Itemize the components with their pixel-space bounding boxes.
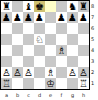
square-f3[interactable] — [56, 56, 67, 67]
square-a5[interactable] — [1, 34, 12, 45]
square-g5[interactable] — [67, 34, 78, 45]
square-c5[interactable] — [23, 34, 34, 45]
white-king[interactable]: ♔ — [46, 78, 55, 89]
square-h7[interactable]: ♟ — [78, 12, 89, 23]
white-pawn[interactable]: ♙ — [68, 67, 77, 78]
file-label-e: e — [45, 91, 56, 99]
square-d4[interactable] — [34, 45, 45, 56]
black-bishop[interactable]: ♝ — [24, 1, 33, 12]
black-pawn[interactable]: ♟ — [79, 12, 88, 23]
square-g1[interactable] — [67, 78, 78, 89]
square-e3[interactable] — [45, 56, 56, 67]
file-label-c: c — [23, 91, 34, 99]
square-d5[interactable]: ♘ — [34, 34, 45, 45]
square-h2[interactable]: ♙ — [78, 67, 89, 78]
square-c6[interactable] — [23, 23, 34, 34]
square-f5[interactable] — [56, 34, 67, 45]
chess-diagram: ♜♝♚♞♜♟♟♟♟♟♟♟♘♗♙♙♙♗♙♙♖♔♖ 87654321 abcdefg… — [0, 0, 98, 100]
rank-label-5: 5 — [91, 34, 97, 45]
square-f1[interactable] — [56, 78, 67, 89]
black-pawn[interactable]: ♟ — [24, 12, 33, 23]
file-label-h: h — [78, 91, 89, 99]
square-g7[interactable]: ♟ — [67, 12, 78, 23]
square-f6[interactable] — [56, 23, 67, 34]
black-knight[interactable]: ♞ — [68, 1, 77, 12]
rank-label-7: 7 — [91, 12, 97, 23]
white-rook[interactable]: ♖ — [2, 78, 11, 89]
square-h8[interactable]: ♜ — [78, 1, 89, 12]
square-e5[interactable] — [45, 34, 56, 45]
square-f7[interactable]: ♟ — [56, 12, 67, 23]
square-e6[interactable] — [45, 23, 56, 34]
square-b7[interactable]: ♟ — [12, 12, 23, 23]
square-c3[interactable] — [23, 56, 34, 67]
black-pawn[interactable]: ♟ — [35, 12, 44, 23]
black-pawn[interactable]: ♟ — [2, 12, 11, 23]
square-f4[interactable]: ♗ — [56, 45, 67, 56]
square-b3[interactable] — [12, 56, 23, 67]
square-g8[interactable]: ♞ — [67, 1, 78, 12]
rank-label-6: 6 — [91, 23, 97, 34]
square-e4[interactable] — [45, 45, 56, 56]
square-b5[interactable] — [12, 34, 23, 45]
square-a8[interactable]: ♜ — [1, 1, 12, 12]
square-g6[interactable] — [67, 23, 78, 34]
white-bishop[interactable]: ♗ — [57, 45, 66, 56]
white-pawn[interactable]: ♙ — [79, 67, 88, 78]
square-c7[interactable]: ♟ — [23, 12, 34, 23]
square-c1[interactable] — [23, 78, 34, 89]
square-d8[interactable]: ♚ — [34, 1, 45, 12]
rank-label-1: 1 — [91, 78, 97, 89]
square-a4[interactable] — [1, 45, 12, 56]
square-a3[interactable] — [1, 56, 12, 67]
square-b6[interactable] — [12, 23, 23, 34]
file-label-d: d — [34, 91, 45, 99]
white-knight[interactable]: ♘ — [35, 34, 44, 45]
square-e1[interactable]: ♔ — [45, 78, 56, 89]
rank-label-8: 8 — [91, 1, 97, 12]
square-d7[interactable]: ♟ — [34, 12, 45, 23]
file-label-b: b — [12, 91, 23, 99]
black-king[interactable]: ♚ — [35, 1, 44, 12]
square-c4[interactable] — [23, 45, 34, 56]
square-e8[interactable] — [45, 1, 56, 12]
white-pawn[interactable]: ♙ — [13, 67, 22, 78]
file-label-f: f — [56, 91, 67, 99]
square-a1[interactable]: ♖ — [1, 78, 12, 89]
black-rook[interactable]: ♜ — [79, 1, 88, 12]
square-f2[interactable] — [56, 67, 67, 78]
square-h4[interactable] — [78, 45, 89, 56]
square-d3[interactable] — [34, 56, 45, 67]
square-a7[interactable]: ♟ — [1, 12, 12, 23]
file-label-g: g — [67, 91, 78, 99]
rank-label-3: 3 — [91, 56, 97, 67]
rank-label-2: 2 — [91, 67, 97, 78]
square-h6[interactable] — [78, 23, 89, 34]
square-a2[interactable]: ♙ — [1, 67, 12, 78]
square-e2[interactable]: ♗ — [45, 67, 56, 78]
square-e7[interactable] — [45, 12, 56, 23]
square-c8[interactable]: ♝ — [23, 1, 34, 12]
white-bishop[interactable]: ♗ — [46, 67, 55, 78]
square-b2[interactable]: ♙ — [12, 67, 23, 78]
chess-board: ♜♝♚♞♜♟♟♟♟♟♟♟♘♗♙♙♙♗♙♙♖♔♖ — [0, 0, 90, 90]
square-b4[interactable] — [12, 45, 23, 56]
white-pawn[interactable]: ♙ — [2, 67, 11, 78]
file-labels: abcdefgh — [1, 91, 89, 99]
square-h5[interactable] — [78, 34, 89, 45]
square-d1[interactable] — [34, 78, 45, 89]
white-rook[interactable]: ♖ — [79, 78, 88, 89]
black-pawn[interactable]: ♟ — [13, 12, 22, 23]
square-g4[interactable] — [67, 45, 78, 56]
square-b8[interactable] — [12, 1, 23, 12]
square-d2[interactable] — [34, 67, 45, 78]
white-pawn[interactable]: ♙ — [24, 67, 33, 78]
square-b1[interactable] — [12, 78, 23, 89]
square-h1[interactable]: ♖ — [78, 78, 89, 89]
rank-label-4: 4 — [91, 45, 97, 56]
black-rook[interactable]: ♜ — [2, 1, 11, 12]
square-g3[interactable] — [67, 56, 78, 67]
square-g2[interactable]: ♙ — [67, 67, 78, 78]
black-pawn[interactable]: ♟ — [68, 12, 77, 23]
black-pawn[interactable]: ♟ — [57, 12, 66, 23]
square-a6[interactable] — [1, 23, 12, 34]
rank-labels: 87654321 — [91, 1, 97, 89]
square-f8[interactable] — [56, 1, 67, 12]
square-c2[interactable]: ♙ — [23, 67, 34, 78]
square-d6[interactable] — [34, 23, 45, 34]
file-label-a: a — [1, 91, 12, 99]
square-h3[interactable] — [78, 56, 89, 67]
